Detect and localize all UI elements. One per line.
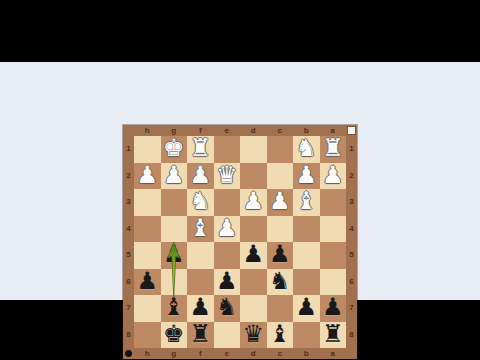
square-a1[interactable]: ♜ bbox=[320, 136, 347, 163]
rank-label-1: 1 bbox=[346, 136, 357, 163]
square-f8[interactable]: ♜ bbox=[187, 322, 214, 349]
square-f7[interactable]: ♟ bbox=[187, 295, 214, 322]
square-f2[interactable]: ♟ bbox=[187, 163, 214, 190]
square-g1[interactable]: ♚ bbox=[161, 136, 188, 163]
board-grid: ♚♜♞♜♟♟♟♛♟♟♞♟♟♝♝♟♟♟♟♟♟♞♝♟♞♟♟♚♜♛♝♜ bbox=[134, 136, 346, 348]
square-c5[interactable]: ♟ bbox=[267, 242, 294, 269]
square-c7[interactable] bbox=[267, 295, 294, 322]
square-e6[interactable]: ♟ bbox=[214, 269, 241, 296]
file-label-f: f bbox=[187, 125, 214, 136]
file-label-b: b bbox=[293, 348, 320, 359]
square-g8[interactable]: ♚ bbox=[161, 322, 188, 349]
video-frame: hgfedcba hgfedcba 12345678 12345678 ♚♜♞♜… bbox=[0, 0, 480, 360]
piece-bP: ♟ bbox=[189, 295, 211, 319]
square-f3[interactable]: ♞ bbox=[187, 189, 214, 216]
rank-label-2: 2 bbox=[346, 163, 357, 190]
black-side-marker bbox=[125, 350, 132, 357]
square-h1[interactable] bbox=[134, 136, 161, 163]
square-h5[interactable] bbox=[134, 242, 161, 269]
rank-label-8: 8 bbox=[123, 322, 134, 349]
piece-wP: ♟ bbox=[295, 163, 317, 187]
square-a2[interactable]: ♟ bbox=[320, 163, 347, 190]
square-b6[interactable] bbox=[293, 269, 320, 296]
rank-label-8: 8 bbox=[346, 322, 357, 349]
square-a8[interactable]: ♜ bbox=[320, 322, 347, 349]
square-b2[interactable]: ♟ bbox=[293, 163, 320, 190]
file-label-d: d bbox=[240, 125, 267, 136]
piece-wB: ♝ bbox=[295, 189, 317, 213]
file-label-b: b bbox=[293, 125, 320, 136]
rank-label-5: 5 bbox=[346, 242, 357, 269]
piece-wP: ♟ bbox=[269, 189, 291, 213]
square-h6[interactable]: ♟ bbox=[134, 269, 161, 296]
square-d8[interactable]: ♛ bbox=[240, 322, 267, 349]
square-c1[interactable] bbox=[267, 136, 294, 163]
piece-bP: ♟ bbox=[242, 242, 264, 266]
chess-board: hgfedcba hgfedcba 12345678 12345678 ♚♜♞♜… bbox=[123, 125, 357, 359]
square-h4[interactable] bbox=[134, 216, 161, 243]
square-a5[interactable] bbox=[320, 242, 347, 269]
square-e7[interactable]: ♞ bbox=[214, 295, 241, 322]
file-label-d: d bbox=[240, 348, 267, 359]
piece-wK: ♚ bbox=[163, 136, 185, 160]
square-d1[interactable] bbox=[240, 136, 267, 163]
piece-bQ: ♛ bbox=[242, 322, 264, 346]
square-c4[interactable] bbox=[267, 216, 294, 243]
piece-wP: ♟ bbox=[216, 216, 238, 240]
square-f1[interactable]: ♜ bbox=[187, 136, 214, 163]
square-g2[interactable]: ♟ bbox=[161, 163, 188, 190]
file-label-g: g bbox=[161, 348, 188, 359]
file-label-c: c bbox=[267, 348, 294, 359]
piece-wP: ♟ bbox=[322, 163, 344, 187]
square-b8[interactable] bbox=[293, 322, 320, 349]
rank-label-3: 3 bbox=[346, 189, 357, 216]
file-label-c: c bbox=[267, 125, 294, 136]
piece-bR: ♜ bbox=[189, 322, 211, 346]
piece-wN: ♞ bbox=[189, 189, 211, 213]
piece-bK: ♚ bbox=[163, 322, 185, 346]
square-b4[interactable] bbox=[293, 216, 320, 243]
file-label-a: a bbox=[320, 348, 347, 359]
square-d7[interactable] bbox=[240, 295, 267, 322]
square-f4[interactable]: ♝ bbox=[187, 216, 214, 243]
rank-label-3: 3 bbox=[123, 189, 134, 216]
square-d5[interactable]: ♟ bbox=[240, 242, 267, 269]
file-label-a: a bbox=[320, 125, 347, 136]
square-c8[interactable]: ♝ bbox=[267, 322, 294, 349]
file-labels-top: hgfedcba bbox=[134, 125, 346, 136]
square-a6[interactable] bbox=[320, 269, 347, 296]
piece-wR: ♜ bbox=[322, 136, 344, 160]
square-e5[interactable] bbox=[214, 242, 241, 269]
piece-wB: ♝ bbox=[189, 216, 211, 240]
square-g3[interactable] bbox=[161, 189, 188, 216]
square-e2[interactable]: ♛ bbox=[214, 163, 241, 190]
piece-bP: ♟ bbox=[163, 242, 185, 266]
square-e8[interactable] bbox=[214, 322, 241, 349]
piece-wP: ♟ bbox=[242, 189, 264, 213]
square-b7[interactable]: ♟ bbox=[293, 295, 320, 322]
rank-label-7: 7 bbox=[123, 295, 134, 322]
piece-wP: ♟ bbox=[163, 163, 185, 187]
piece-bP: ♟ bbox=[269, 242, 291, 266]
square-d2[interactable] bbox=[240, 163, 267, 190]
file-label-g: g bbox=[161, 125, 188, 136]
piece-bN: ♞ bbox=[216, 295, 238, 319]
rank-label-4: 4 bbox=[346, 216, 357, 243]
piece-wP: ♟ bbox=[136, 163, 158, 187]
file-label-e: e bbox=[214, 348, 241, 359]
square-h2[interactable]: ♟ bbox=[134, 163, 161, 190]
square-h7[interactable] bbox=[134, 295, 161, 322]
piece-wN: ♞ bbox=[295, 136, 317, 160]
file-label-f: f bbox=[187, 348, 214, 359]
square-c2[interactable] bbox=[267, 163, 294, 190]
square-d3[interactable]: ♟ bbox=[240, 189, 267, 216]
piece-bN: ♞ bbox=[269, 269, 291, 293]
square-c3[interactable]: ♟ bbox=[267, 189, 294, 216]
file-label-e: e bbox=[214, 125, 241, 136]
rank-label-6: 6 bbox=[346, 269, 357, 296]
square-b5[interactable] bbox=[293, 242, 320, 269]
piece-bR: ♜ bbox=[322, 322, 344, 346]
piece-bP: ♟ bbox=[216, 269, 238, 293]
square-g6[interactable] bbox=[161, 269, 188, 296]
rank-label-4: 4 bbox=[123, 216, 134, 243]
square-b3[interactable]: ♝ bbox=[293, 189, 320, 216]
square-a7[interactable]: ♟ bbox=[320, 295, 347, 322]
piece-bB: ♝ bbox=[163, 295, 185, 319]
square-g7[interactable]: ♝ bbox=[161, 295, 188, 322]
white-turn-marker bbox=[348, 127, 355, 134]
piece-bB: ♝ bbox=[269, 322, 291, 346]
square-e1[interactable] bbox=[214, 136, 241, 163]
rank-label-1: 1 bbox=[123, 136, 134, 163]
square-d6[interactable] bbox=[240, 269, 267, 296]
square-g4[interactable] bbox=[161, 216, 188, 243]
rank-label-2: 2 bbox=[123, 163, 134, 190]
square-f5[interactable] bbox=[187, 242, 214, 269]
square-e4[interactable]: ♟ bbox=[214, 216, 241, 243]
square-h3[interactable] bbox=[134, 189, 161, 216]
rank-label-7: 7 bbox=[346, 295, 357, 322]
square-b1[interactable]: ♞ bbox=[293, 136, 320, 163]
square-e3[interactable] bbox=[214, 189, 241, 216]
rank-labels-left: 12345678 bbox=[123, 136, 134, 348]
square-c6[interactable]: ♞ bbox=[267, 269, 294, 296]
piece-wR: ♜ bbox=[189, 136, 211, 160]
piece-bP: ♟ bbox=[136, 269, 158, 293]
square-a3[interactable] bbox=[320, 189, 347, 216]
page-background: hgfedcba hgfedcba 12345678 12345678 ♚♜♞♜… bbox=[0, 62, 480, 300]
file-labels-bottom: hgfedcba bbox=[134, 348, 346, 359]
square-d4[interactable] bbox=[240, 216, 267, 243]
square-f6[interactable] bbox=[187, 269, 214, 296]
piece-bP: ♟ bbox=[322, 295, 344, 319]
rank-labels-right: 12345678 bbox=[346, 136, 357, 348]
file-label-h: h bbox=[134, 125, 161, 136]
rank-label-6: 6 bbox=[123, 269, 134, 296]
piece-wP: ♟ bbox=[189, 163, 211, 187]
square-g5[interactable]: ♟ bbox=[161, 242, 188, 269]
square-h8[interactable] bbox=[134, 322, 161, 349]
file-label-h: h bbox=[134, 348, 161, 359]
rank-label-5: 5 bbox=[123, 242, 134, 269]
square-a4[interactable] bbox=[320, 216, 347, 243]
piece-bP: ♟ bbox=[295, 295, 317, 319]
piece-wQ: ♛ bbox=[216, 163, 238, 187]
